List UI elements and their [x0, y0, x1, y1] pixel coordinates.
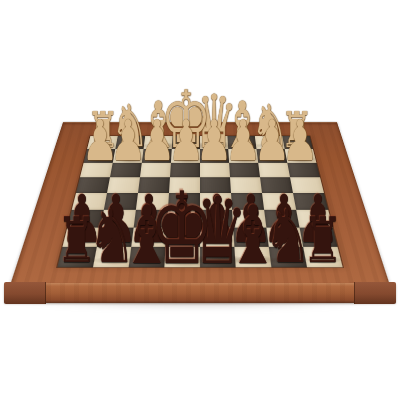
chess-set-photo: ♜︎♞︎♝︎♛︎♚︎♝︎♞︎♜︎♟︎♟︎♟︎♟︎♟︎♟︎♟︎♟︎♟︎♟︎♟︎♟︎…	[0, 0, 400, 400]
square-c6	[232, 210, 266, 228]
square-h3	[80, 163, 113, 178]
square-c2	[228, 149, 258, 163]
square-g1	[115, 136, 145, 149]
square-d4	[200, 178, 231, 194]
square-f4	[138, 178, 170, 194]
square-c8	[234, 247, 271, 268]
square-h6	[67, 210, 104, 228]
square-d6	[200, 210, 233, 228]
square-g2	[113, 149, 144, 163]
square-e8	[164, 247, 200, 268]
square-f1	[144, 136, 173, 149]
square-c5	[231, 193, 264, 210]
square-h5	[72, 193, 107, 210]
square-h1	[87, 136, 118, 149]
square-e2	[171, 149, 200, 163]
square-f5	[136, 193, 169, 210]
square-c7	[233, 228, 269, 247]
square-h4	[76, 178, 110, 194]
square-a8	[303, 247, 343, 268]
square-g3	[110, 163, 142, 178]
square-d7	[200, 228, 234, 247]
square-a5	[293, 193, 328, 210]
square-b5	[262, 193, 296, 210]
square-b8	[269, 247, 307, 268]
square-g8	[93, 247, 131, 268]
square-c4	[230, 178, 262, 194]
square-h8	[57, 247, 97, 268]
square-f6	[134, 210, 168, 228]
board-squares-grid	[57, 136, 342, 267]
square-a7	[300, 228, 338, 247]
square-d8	[200, 247, 236, 268]
square-c3	[229, 163, 260, 178]
square-g6	[100, 210, 135, 228]
square-e7	[166, 228, 200, 247]
square-b1	[255, 136, 285, 149]
square-d3	[200, 163, 230, 178]
rail-right-end-cap	[354, 282, 396, 304]
square-a4	[290, 178, 324, 194]
near-end-rail	[4, 283, 396, 303]
square-h7	[62, 228, 100, 247]
square-d5	[200, 193, 232, 210]
square-a2	[285, 149, 317, 163]
square-f2	[142, 149, 172, 163]
square-b6	[264, 210, 299, 228]
square-g4	[107, 178, 140, 194]
chess-board	[7, 122, 392, 294]
square-f8	[129, 247, 166, 268]
square-g5	[104, 193, 138, 210]
square-a1	[282, 136, 313, 149]
square-b3	[258, 163, 290, 178]
square-e4	[169, 178, 200, 194]
square-b2	[256, 149, 287, 163]
square-b4	[260, 178, 293, 194]
square-e5	[168, 193, 200, 210]
square-d2	[200, 149, 229, 163]
square-d1	[200, 136, 228, 149]
square-e6	[167, 210, 200, 228]
rail-left-end-cap	[4, 282, 46, 304]
square-f3	[140, 163, 171, 178]
square-e3	[170, 163, 200, 178]
square-h2	[84, 149, 116, 163]
square-b7	[266, 228, 303, 247]
square-e1	[172, 136, 200, 149]
square-a3	[287, 163, 320, 178]
square-c1	[227, 136, 256, 149]
square-a6	[296, 210, 333, 228]
square-g7	[97, 228, 134, 247]
square-f7	[131, 228, 167, 247]
